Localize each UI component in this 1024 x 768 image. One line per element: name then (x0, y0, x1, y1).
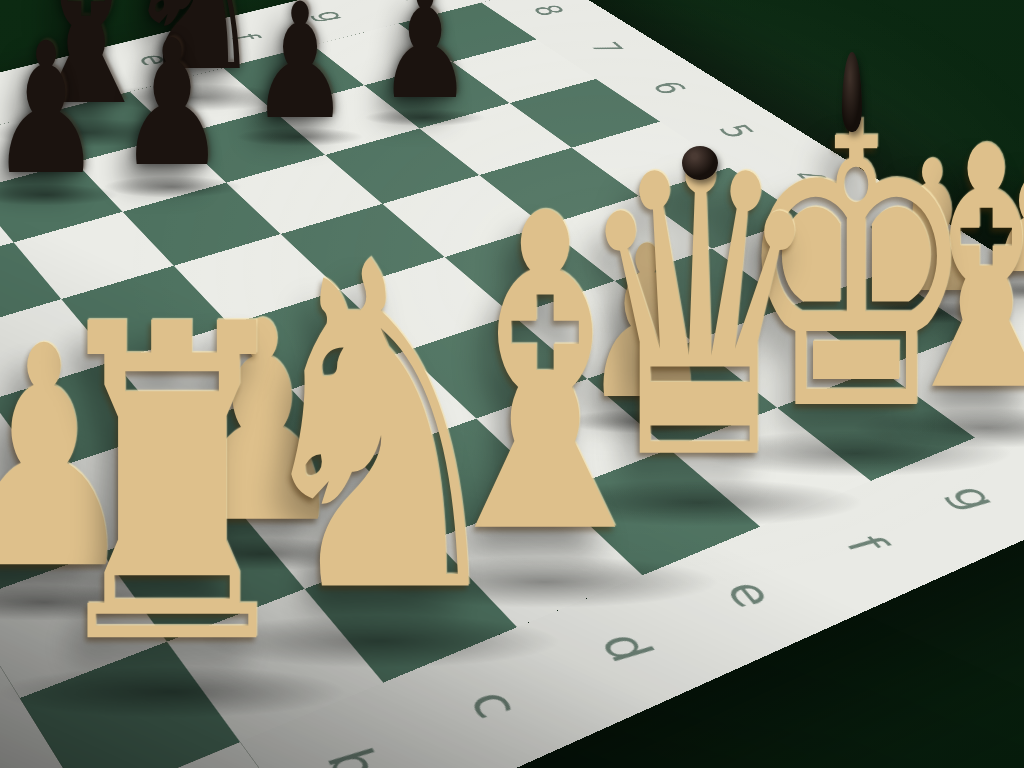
piece-black-pawn-g7[interactable]: ♟ (251, 0, 350, 142)
chess-photo-frame: abcdefgh8877665544332211abcdefgh ♜♟♞♟♝♟♛… (0, 0, 1024, 768)
piece-white-rook-a1[interactable]: ♜ (38, 270, 307, 705)
file-label-text: b (318, 742, 391, 768)
rank-label-text: 8 (528, 3, 571, 18)
file-label-text: f (837, 532, 895, 557)
file-label-text: e (717, 576, 785, 612)
rank-label-text: 1 (0, 759, 9, 768)
rank-label-text: 7 (585, 40, 630, 56)
piece-black-pawn-h7[interactable]: ♟ (378, 0, 472, 122)
piece-black-pawn-e7[interactable]: ♟ (0, 19, 102, 200)
piece-black-pawn-f7[interactable]: ♟ (118, 18, 226, 192)
file-label-text: d (592, 628, 662, 667)
